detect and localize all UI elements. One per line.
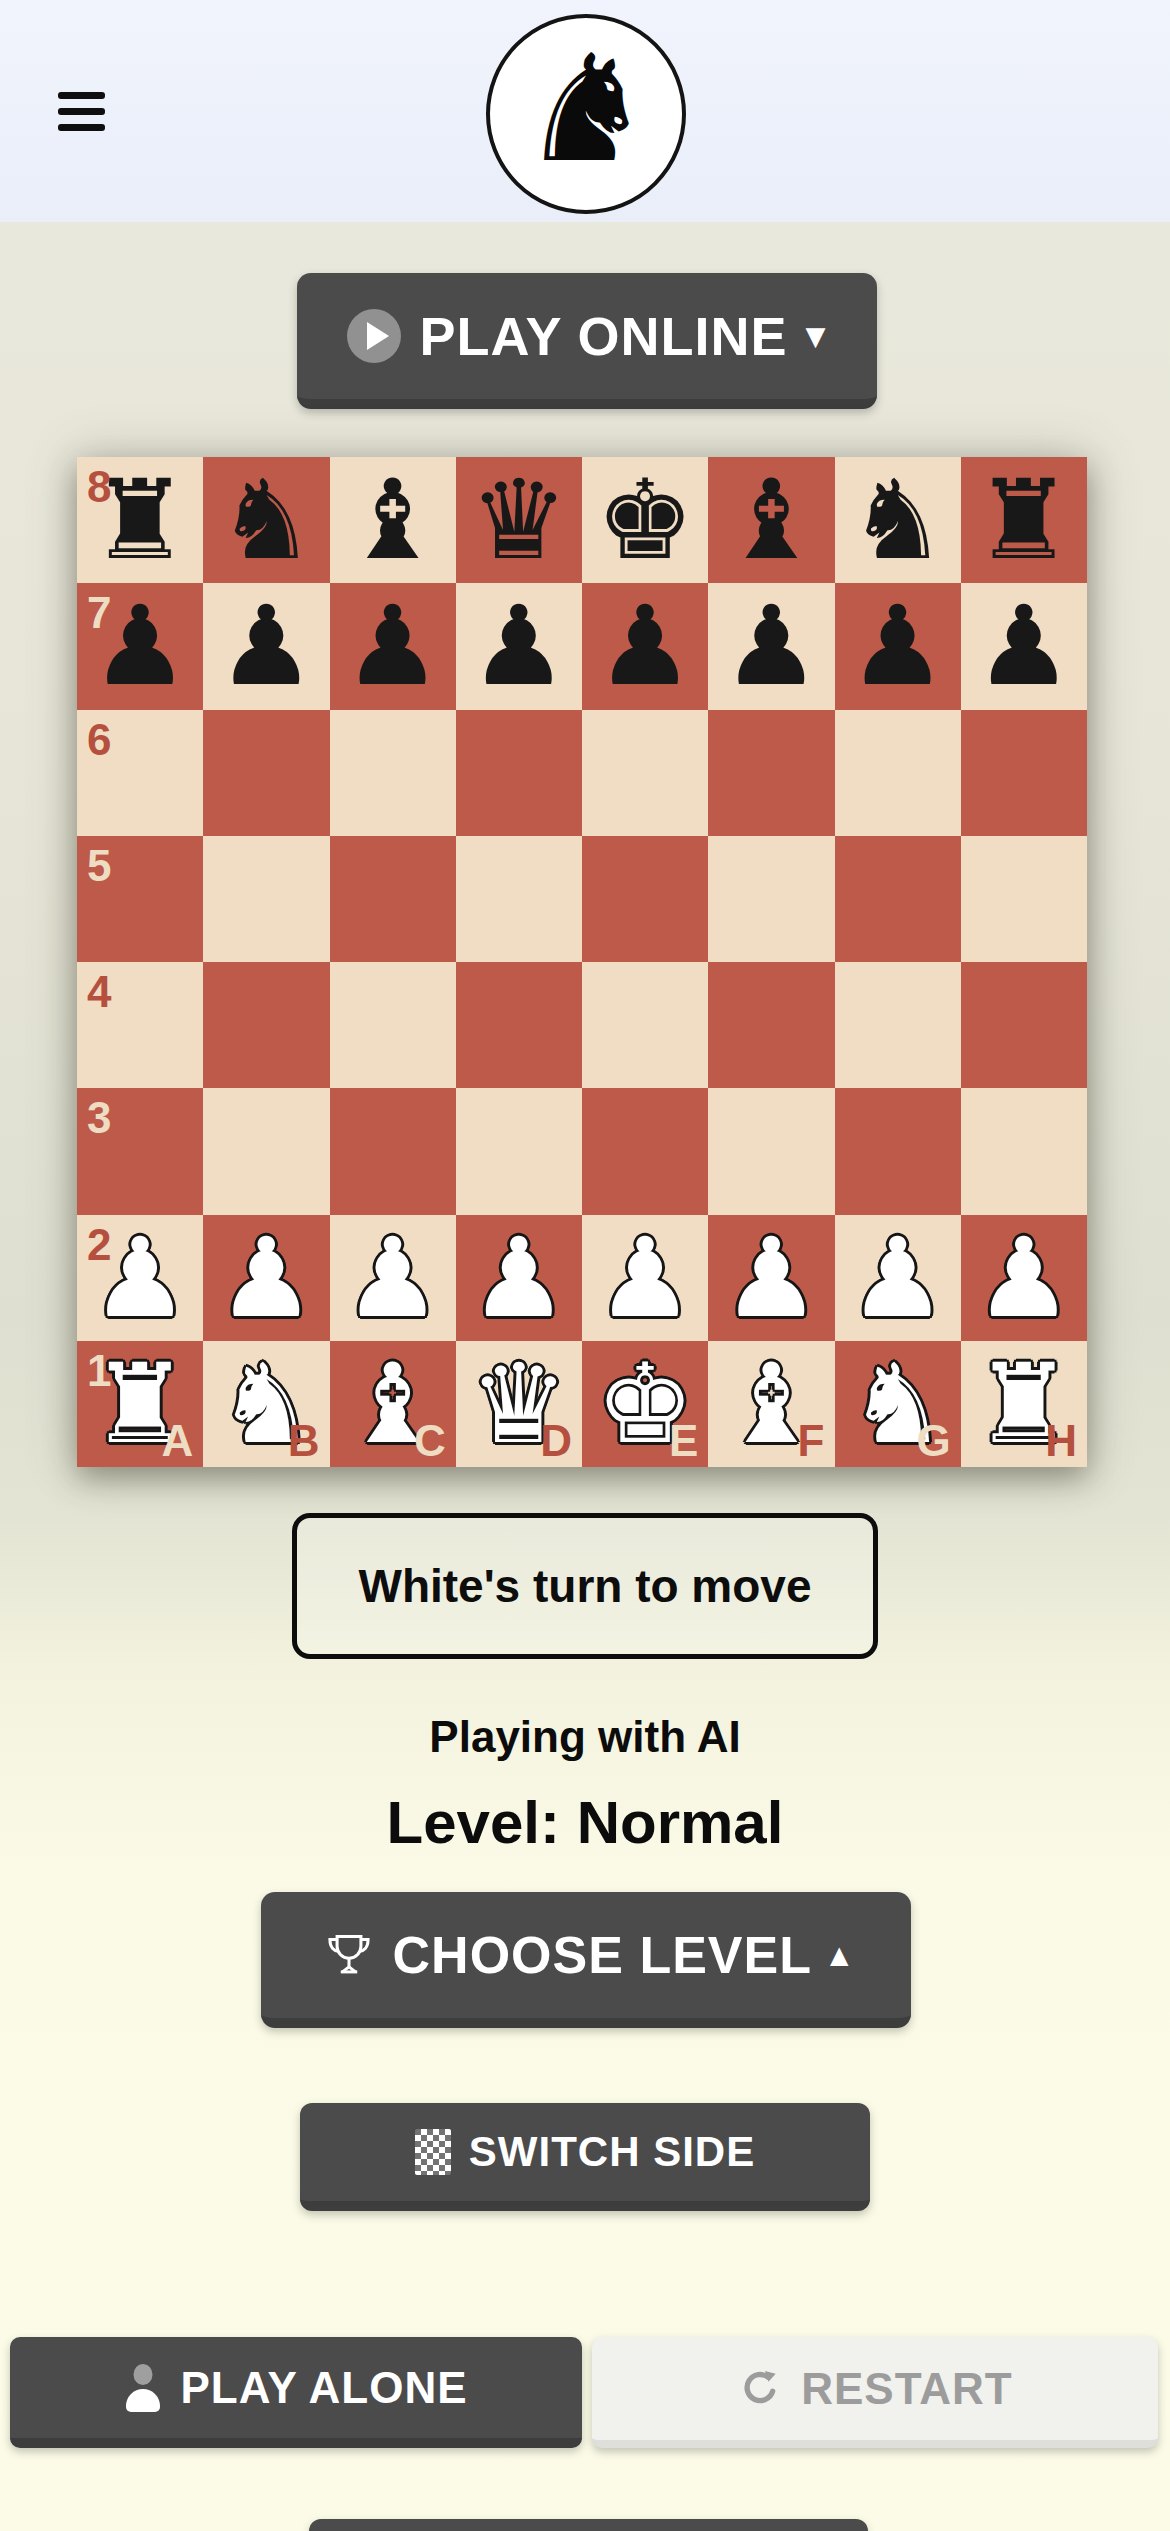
rank-label-8: 8 <box>87 465 111 509</box>
black-rook[interactable]: ♜ <box>975 465 1074 575</box>
level-text: Level: Normal <box>0 1788 1170 1857</box>
restart-label: RESTART <box>801 2364 1013 2414</box>
square-g4[interactable] <box>835 962 961 1088</box>
rank-label-7: 7 <box>87 591 111 635</box>
square-g3[interactable] <box>835 1088 961 1214</box>
file-label-a: A <box>161 1419 193 1463</box>
square-d6[interactable] <box>456 710 582 836</box>
rank-label-5: 5 <box>87 844 111 888</box>
square-b8[interactable]: ♞ <box>203 457 329 583</box>
black-king[interactable]: ♚ <box>596 465 695 575</box>
black-pawn[interactable]: ♟ <box>596 591 695 701</box>
rank-label-2: 2 <box>87 1223 111 1267</box>
play-online-button[interactable]: PLAY ONLINE ▼ <box>297 273 877 409</box>
square-h8[interactable]: ♜ <box>961 457 1087 583</box>
square-h4[interactable] <box>961 962 1087 1088</box>
square-c4[interactable] <box>330 962 456 1088</box>
file-label-g: G <box>917 1419 951 1463</box>
black-knight[interactable]: ♞ <box>217 465 316 575</box>
play-alone-button[interactable]: PLAY ALONE <box>10 2337 582 2448</box>
square-e5[interactable] <box>582 836 708 962</box>
choose-level-label: CHOOSE LEVEL <box>393 1925 812 1985</box>
play-online-label: PLAY ONLINE <box>419 305 787 367</box>
hamburger-menu-icon[interactable] <box>58 92 105 132</box>
person-icon <box>124 2364 162 2412</box>
square-h5[interactable] <box>961 836 1087 962</box>
turn-status-box: White's turn to move <box>292 1513 878 1659</box>
square-e3[interactable] <box>582 1088 708 1214</box>
square-e7[interactable]: ♟ <box>582 583 708 709</box>
square-a8[interactable]: 8♜ <box>77 457 203 583</box>
square-f1[interactable]: F♝ <box>708 1341 834 1467</box>
square-d3[interactable] <box>456 1088 582 1214</box>
file-label-d: D <box>540 1419 572 1463</box>
square-a6[interactable]: 6 <box>77 710 203 836</box>
square-a7[interactable]: 7♟ <box>77 583 203 709</box>
white-pawn[interactable]: ♟ <box>217 1223 316 1333</box>
square-c1[interactable]: C♝ <box>330 1341 456 1467</box>
white-pawn[interactable]: ♟ <box>470 1223 569 1333</box>
square-h6[interactable] <box>961 710 1087 836</box>
playing-with-ai-text: Playing with AI <box>0 1712 1170 1762</box>
black-pawn[interactable]: ♟ <box>722 591 821 701</box>
square-c5[interactable] <box>330 836 456 962</box>
switch-side-button[interactable]: SWITCH SIDE <box>300 2103 870 2211</box>
square-e8[interactable]: ♚ <box>582 457 708 583</box>
square-b6[interactable] <box>203 710 329 836</box>
black-pawn[interactable]: ♟ <box>848 591 947 701</box>
square-b7[interactable]: ♟ <box>203 583 329 709</box>
square-b4[interactable] <box>203 962 329 1088</box>
square-d1[interactable]: D♛ <box>456 1341 582 1467</box>
play-alone-label: PLAY ALONE <box>180 2363 467 2413</box>
square-c6[interactable] <box>330 710 456 836</box>
square-b1[interactable]: B♞ <box>203 1341 329 1467</box>
square-e4[interactable] <box>582 962 708 1088</box>
square-c3[interactable] <box>330 1088 456 1214</box>
rank-label-3: 3 <box>87 1096 111 1140</box>
knight-logo-icon: ♞ <box>520 35 653 183</box>
checkerboard-icon <box>415 2129 451 2175</box>
black-bishop[interactable]: ♝ <box>722 465 821 575</box>
white-pawn[interactable]: ♟ <box>343 1223 442 1333</box>
white-pawn[interactable]: ♟ <box>848 1223 947 1333</box>
white-pawn[interactable]: ♟ <box>596 1223 695 1333</box>
app-logo[interactable]: ♞ <box>486 14 686 214</box>
square-g8[interactable]: ♞ <box>835 457 961 583</box>
black-queen[interactable]: ♛ <box>470 465 569 575</box>
square-b2[interactable]: ♟ <box>203 1215 329 1341</box>
square-a3[interactable]: 3 <box>77 1088 203 1214</box>
square-a2[interactable]: 2♟ <box>77 1215 203 1341</box>
square-d2[interactable]: ♟ <box>456 1215 582 1341</box>
square-c2[interactable]: ♟ <box>330 1215 456 1341</box>
choose-level-button[interactable]: CHOOSE LEVEL ▲ <box>261 1892 911 2028</box>
black-pawn[interactable]: ♟ <box>343 591 442 701</box>
caret-up-icon: ▲ <box>830 1943 849 1967</box>
square-g2[interactable]: ♟ <box>835 1215 961 1341</box>
square-g6[interactable] <box>835 710 961 836</box>
square-f6[interactable] <box>708 710 834 836</box>
square-c7[interactable]: ♟ <box>330 583 456 709</box>
square-h2[interactable]: ♟ <box>961 1215 1087 1341</box>
turn-status-text: White's turn to move <box>358 1559 811 1613</box>
square-d8[interactable]: ♛ <box>456 457 582 583</box>
square-a5[interactable]: 5 <box>77 836 203 962</box>
rank-label-4: 4 <box>87 970 111 1014</box>
square-d4[interactable] <box>456 962 582 1088</box>
square-f2[interactable]: ♟ <box>708 1215 834 1341</box>
play-circle-icon <box>347 309 401 363</box>
black-pawn[interactable]: ♟ <box>975 591 1074 701</box>
square-f3[interactable] <box>708 1088 834 1214</box>
switch-side-label: SWITCH SIDE <box>469 2128 755 2176</box>
file-label-c: C <box>414 1419 446 1463</box>
square-f7[interactable]: ♟ <box>708 583 834 709</box>
square-d5[interactable] <box>456 836 582 962</box>
square-h3[interactable] <box>961 1088 1087 1214</box>
chess-app-page: ♞ PLAY ONLINE ▼ 8♜♞♝♛♚♝♞♜7♟♟♟♟♟♟♟♟65432♟… <box>0 0 1170 2531</box>
app-header: ♞ <box>0 0 1170 222</box>
square-g5[interactable] <box>835 836 961 962</box>
caret-down-icon: ▼ <box>806 323 827 349</box>
black-bishop[interactable]: ♝ <box>343 465 442 575</box>
black-pawn[interactable]: ♟ <box>217 591 316 701</box>
square-e6[interactable] <box>582 710 708 836</box>
restart-arrow-icon <box>737 2366 783 2412</box>
white-pawn[interactable]: ♟ <box>975 1223 1074 1333</box>
square-c8[interactable]: ♝ <box>330 457 456 583</box>
square-a1[interactable]: 1A♜ <box>77 1341 203 1467</box>
square-d7[interactable]: ♟ <box>456 583 582 709</box>
square-b3[interactable] <box>203 1088 329 1214</box>
rank-label-6: 6 <box>87 718 111 762</box>
square-f5[interactable] <box>708 836 834 962</box>
square-g7[interactable]: ♟ <box>835 583 961 709</box>
rank-label-1: 1 <box>87 1349 111 1393</box>
chess-board[interactable]: 8♜♞♝♛♚♝♞♜7♟♟♟♟♟♟♟♟65432♟♟♟♟♟♟♟♟1A♜B♞C♝D♛… <box>77 457 1087 1467</box>
square-f8[interactable]: ♝ <box>708 457 834 583</box>
square-a4[interactable]: 4 <box>77 962 203 1088</box>
partial-bottom-button[interactable] <box>309 2519 868 2531</box>
square-e1[interactable]: E♚ <box>582 1341 708 1467</box>
file-label-f: F <box>798 1419 825 1463</box>
file-label-e: E <box>669 1419 698 1463</box>
trophy-icon <box>323 1929 375 1981</box>
file-label-b: B <box>288 1419 320 1463</box>
black-knight[interactable]: ♞ <box>848 465 947 575</box>
square-b5[interactable] <box>203 836 329 962</box>
square-h7[interactable]: ♟ <box>961 583 1087 709</box>
square-e2[interactable]: ♟ <box>582 1215 708 1341</box>
file-label-h: H <box>1045 1419 1077 1463</box>
square-g1[interactable]: G♞ <box>835 1341 961 1467</box>
black-pawn[interactable]: ♟ <box>470 591 569 701</box>
square-h1[interactable]: H♜ <box>961 1341 1087 1467</box>
restart-button[interactable]: RESTART <box>592 2337 1158 2448</box>
white-pawn[interactable]: ♟ <box>722 1223 821 1333</box>
square-f4[interactable] <box>708 962 834 1088</box>
